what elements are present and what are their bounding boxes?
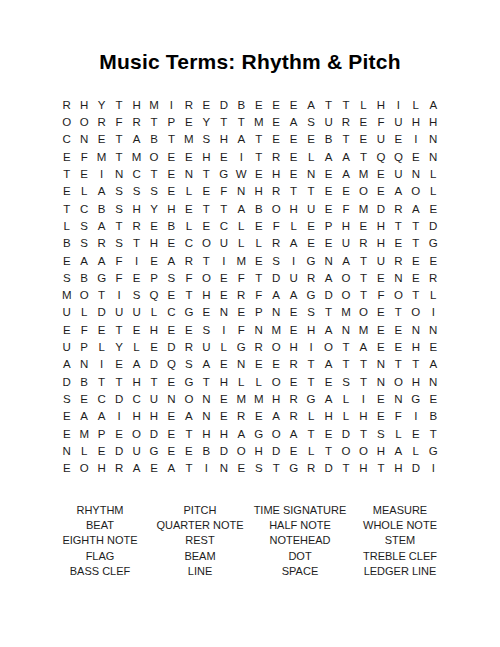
word-list-item: LEDGER LINE: [350, 564, 450, 579]
grid-cell: G: [180, 374, 197, 391]
grid-cell: I: [425, 460, 442, 477]
grid-cell: Q: [390, 149, 407, 166]
grid-cell: E: [320, 235, 337, 252]
grid-cell: L: [180, 183, 197, 200]
grid-cell: I: [128, 253, 145, 270]
word-list-item: REST: [150, 533, 250, 548]
grid-cell: E: [58, 183, 75, 200]
grid-cell: Y: [110, 339, 127, 356]
grid-cell: T: [58, 166, 75, 183]
grid-cell: T: [407, 287, 424, 304]
grid-cell: P: [93, 426, 110, 443]
grid-cell: S: [163, 270, 180, 287]
grid-cell: S: [302, 114, 319, 131]
grid-cell: N: [425, 322, 442, 339]
word-list-item: TIME SIGNATURE: [250, 503, 350, 518]
grid-cell: E: [93, 132, 110, 149]
grid-cell: G: [180, 305, 197, 322]
grid-cell: E: [198, 183, 215, 200]
grid-cell: U: [128, 443, 145, 460]
grid-cell: A: [75, 253, 92, 270]
grid-cell: O: [145, 149, 162, 166]
grid-cell: O: [337, 443, 354, 460]
grid-cell: A: [128, 356, 145, 373]
grid-cell: R: [390, 253, 407, 270]
grid-cell: T: [180, 287, 197, 304]
grid-cell: H: [320, 408, 337, 425]
grid-cell: R: [180, 253, 197, 270]
grid-cell: H: [128, 408, 145, 425]
grid-cell: H: [93, 460, 110, 477]
grid-cell: L: [302, 408, 319, 425]
grid-cell: M: [128, 149, 145, 166]
grid-cell: R: [250, 339, 267, 356]
grid-cell: N: [233, 356, 250, 373]
grid-cell: R: [110, 460, 127, 477]
grid-cell: A: [285, 114, 302, 131]
grid-cell: A: [390, 443, 407, 460]
grid-cell: R: [302, 270, 319, 287]
grid-cell: A: [337, 149, 354, 166]
grid-cell: N: [198, 391, 215, 408]
grid-cell: S: [267, 253, 284, 270]
grid-cell: R: [180, 339, 197, 356]
grid-cell: S: [110, 235, 127, 252]
grid-cell: L: [425, 183, 442, 200]
grid-cell: M: [145, 97, 162, 114]
grid-cell: L: [233, 235, 250, 252]
grid-cell: E: [390, 132, 407, 149]
grid-cell: E: [180, 443, 197, 460]
grid-cell: E: [128, 270, 145, 287]
grid-cell: O: [355, 305, 372, 322]
grid-cell: B: [250, 201, 267, 218]
grid-cell: D: [110, 443, 127, 460]
grid-cell: T: [355, 374, 372, 391]
grid-cell: R: [355, 235, 372, 252]
grid-cell: T: [233, 114, 250, 131]
grid-cell: E: [320, 183, 337, 200]
grid-cell: E: [110, 426, 127, 443]
grid-cell: I: [198, 460, 215, 477]
grid-cell: H: [407, 374, 424, 391]
grid-cell: L: [337, 408, 354, 425]
grid-cell: B: [320, 132, 337, 149]
grid-cell: A: [93, 408, 110, 425]
grid-cell: U: [58, 339, 75, 356]
grid-cell: O: [75, 460, 92, 477]
grid-cell: S: [198, 322, 215, 339]
grid-cell: E: [425, 391, 442, 408]
grid-cell: H: [75, 97, 92, 114]
grid-cell: O: [390, 287, 407, 304]
word-list-item: BEAM: [150, 549, 250, 564]
grid-cell: M: [355, 201, 372, 218]
grid-cell: H: [285, 201, 302, 218]
word-list-item: TREBLE CLEF: [350, 549, 450, 564]
grid-cell: T: [180, 460, 197, 477]
grid-cell: O: [407, 305, 424, 322]
grid-cell: A: [320, 356, 337, 373]
grid-cell: L: [75, 305, 92, 322]
grid-cell: A: [285, 287, 302, 304]
grid-cell: T: [285, 183, 302, 200]
grid-cell: E: [372, 183, 389, 200]
grid-cell: E: [163, 408, 180, 425]
grid-cell: E: [320, 374, 337, 391]
grid-cell: P: [163, 114, 180, 131]
grid-cell: A: [58, 356, 75, 373]
grid-cell: A: [425, 97, 442, 114]
grid-cell: A: [93, 183, 110, 200]
grid-cell: E: [355, 218, 372, 235]
grid-cell: N: [390, 270, 407, 287]
grid-cell: O: [198, 270, 215, 287]
grid-cell: H: [215, 374, 232, 391]
grid-cell: H: [372, 443, 389, 460]
grid-cell: A: [390, 183, 407, 200]
grid-cell: F: [267, 218, 284, 235]
grid-cell: R: [93, 235, 110, 252]
grid-cell: E: [163, 443, 180, 460]
word-list-column: RHYTHMBEATEIGHTH NOTEFLAGBASS CLEF: [50, 503, 150, 580]
grid-cell: N: [407, 322, 424, 339]
grid-cell: E: [267, 356, 284, 373]
grid-cell: T: [337, 132, 354, 149]
grid-cell: H: [372, 235, 389, 252]
grid-cell: D: [215, 97, 232, 114]
grid-cell: N: [180, 166, 197, 183]
grid-cell: O: [407, 183, 424, 200]
grid-cell: H: [198, 287, 215, 304]
grid-cell: E: [58, 322, 75, 339]
grid-cell: M: [250, 114, 267, 131]
grid-cell: F: [75, 149, 92, 166]
grid-cell: H: [355, 408, 372, 425]
grid-cell: T: [128, 235, 145, 252]
grid-cell: T: [215, 114, 232, 131]
grid-cell: U: [320, 114, 337, 131]
grid-cell: S: [128, 183, 145, 200]
grid-cell: N: [425, 132, 442, 149]
grid-cell: T: [93, 287, 110, 304]
grid-cell: E: [93, 322, 110, 339]
grid-cell: G: [407, 391, 424, 408]
grid-cell: A: [267, 408, 284, 425]
grid-cell: C: [215, 218, 232, 235]
grid-cell: B: [198, 443, 215, 460]
grid-cell: S: [145, 183, 162, 200]
grid-cell: F: [390, 408, 407, 425]
grid-cell: N: [163, 391, 180, 408]
grid-cell: N: [75, 356, 92, 373]
grid-cell: E: [198, 218, 215, 235]
grid-cell: F: [180, 270, 197, 287]
grid-cell: B: [58, 235, 75, 252]
grid-cell: H: [337, 218, 354, 235]
grid-cell: H: [128, 97, 145, 114]
grid-cell: A: [407, 201, 424, 218]
grid-cell: E: [285, 305, 302, 322]
word-list: RHYTHMBEATEIGHTH NOTEFLAGBASS CLEFPITCHQ…: [50, 503, 450, 580]
grid-cell: T: [320, 305, 337, 322]
grid-cell: T: [198, 374, 215, 391]
grid-cell: T: [110, 149, 127, 166]
grid-cell: Q: [163, 356, 180, 373]
grid-cell: S: [110, 201, 127, 218]
grid-cell: U: [110, 305, 127, 322]
grid-cell: H: [163, 201, 180, 218]
grid-cell: W: [233, 166, 250, 183]
grid-cell: T: [180, 426, 197, 443]
grid-cell: E: [180, 114, 197, 131]
grid-cell: D: [267, 443, 284, 460]
grid-cell: G: [302, 253, 319, 270]
word-list-item: QUARTER NOTE: [150, 518, 250, 533]
grid-cell: C: [75, 201, 92, 218]
grid-cell: F: [372, 287, 389, 304]
grid-cell: M: [355, 166, 372, 183]
grid-cell: D: [215, 443, 232, 460]
grid-cell: L: [425, 287, 442, 304]
grid-cell: F: [337, 201, 354, 218]
word-list-item: MEASURE: [350, 503, 450, 518]
grid-cell: F: [215, 183, 232, 200]
grid-cell: B: [145, 132, 162, 149]
grid-cell: U: [390, 166, 407, 183]
grid-cell: O: [337, 270, 354, 287]
grid-cell: I: [390, 97, 407, 114]
grid-cell: E: [250, 166, 267, 183]
grid-cell: P: [320, 218, 337, 235]
grid-cell: T: [355, 356, 372, 373]
grid-cell: H: [128, 201, 145, 218]
grid-cell: E: [302, 218, 319, 235]
grid-cell: L: [75, 443, 92, 460]
word-list-item: NOTEHEAD: [250, 533, 350, 548]
grid-cell: D: [267, 270, 284, 287]
grid-cell: M: [250, 391, 267, 408]
grid-cell: I: [163, 97, 180, 114]
grid-cell: H: [425, 114, 442, 131]
grid-cell: O: [75, 114, 92, 131]
grid-cell: M: [355, 322, 372, 339]
grid-cell: N: [390, 391, 407, 408]
grid-cell: E: [320, 201, 337, 218]
grid-cell: L: [145, 305, 162, 322]
grid-cell: L: [390, 426, 407, 443]
grid-cell: G: [145, 443, 162, 460]
grid-cell: E: [372, 270, 389, 287]
grid-cell: E: [215, 408, 232, 425]
grid-cell: U: [372, 253, 389, 270]
grid-cell: L: [407, 443, 424, 460]
grid-cell: G: [285, 460, 302, 477]
word-list-item: RHYTHM: [50, 503, 150, 518]
word-list-column: MEASUREWHOLE NOTESTEMTREBLE CLEFLEDGER L…: [350, 503, 450, 580]
grid-cell: E: [163, 322, 180, 339]
grid-cell: O: [180, 391, 197, 408]
grid-cell: H: [128, 374, 145, 391]
grid-cell: L: [93, 339, 110, 356]
grid-cell: U: [302, 201, 319, 218]
grid-cell: S: [198, 132, 215, 149]
grid-cell: E: [250, 97, 267, 114]
grid-cell: A: [128, 460, 145, 477]
word-list-column: PITCHQUARTER NOTERESTBEAMLINE: [150, 503, 250, 580]
grid-cell: A: [233, 201, 250, 218]
grid-cell: D: [93, 305, 110, 322]
grid-cell: C: [93, 391, 110, 408]
grid-cell: T: [302, 374, 319, 391]
grid-cell: C: [163, 305, 180, 322]
grid-cell: E: [285, 166, 302, 183]
grid-cell: L: [407, 97, 424, 114]
grid-cell: T: [145, 374, 162, 391]
grid-cell: T: [355, 149, 372, 166]
grid-cell: T: [110, 322, 127, 339]
grid-cell: T: [337, 356, 354, 373]
grid-cell: H: [407, 114, 424, 131]
grid-cell: E: [390, 322, 407, 339]
grid-cell: H: [215, 132, 232, 149]
grid-cell: R: [285, 391, 302, 408]
word-list-item: EIGHTH NOTE: [50, 533, 150, 548]
grid-cell: L: [337, 391, 354, 408]
grid-cell: D: [425, 218, 442, 235]
grid-cell: O: [267, 339, 284, 356]
grid-cell: E: [163, 166, 180, 183]
grid-cell: G: [233, 339, 250, 356]
grid-cell: E: [163, 235, 180, 252]
grid-cell: L: [75, 183, 92, 200]
grid-cell: I: [407, 408, 424, 425]
grid-cell: R: [128, 114, 145, 131]
grid-cell: H: [198, 426, 215, 443]
grid-cell: R: [285, 356, 302, 373]
grid-cell: T: [390, 218, 407, 235]
grid-cell: D: [337, 426, 354, 443]
grid-cell: E: [75, 166, 92, 183]
grid-cell: E: [250, 356, 267, 373]
puzzle-title: Music Terms: Rhythm & Pitch: [0, 0, 500, 74]
grid-cell: D: [58, 374, 75, 391]
grid-cell: H: [198, 149, 215, 166]
grid-cell: I: [93, 356, 110, 373]
grid-cell: T: [425, 426, 442, 443]
grid-cell: N: [110, 166, 127, 183]
grid-cell: L: [215, 339, 232, 356]
grid-cell: F: [250, 287, 267, 304]
grid-cell: F: [233, 270, 250, 287]
grid-cell: L: [355, 97, 372, 114]
grid-cell: G: [302, 391, 319, 408]
grid-cell: T: [302, 183, 319, 200]
grid-cell: I: [355, 391, 372, 408]
grid-cell: S: [75, 235, 92, 252]
grid-cell: E: [355, 114, 372, 131]
grid-cell: T: [355, 270, 372, 287]
grid-cell: T: [320, 97, 337, 114]
grid-cell: Y: [198, 114, 215, 131]
word-list-item: BEAT: [50, 518, 150, 533]
grid-cell: N: [320, 253, 337, 270]
grid-cell: E: [163, 374, 180, 391]
grid-cell: G: [425, 235, 442, 252]
grid-cell: E: [198, 97, 215, 114]
grid-cell: D: [163, 339, 180, 356]
grid-cell: R: [425, 270, 442, 287]
grid-cell: T: [372, 460, 389, 477]
grid-cell: S: [302, 305, 319, 322]
grid-cell: I: [93, 166, 110, 183]
grid-cell: T: [267, 460, 284, 477]
grid-cell: S: [110, 183, 127, 200]
grid-cell: E: [407, 253, 424, 270]
grid-cell: E: [75, 391, 92, 408]
grid-cell: E: [425, 339, 442, 356]
grid-cell: F: [372, 114, 389, 131]
grid-cell: E: [285, 149, 302, 166]
grid-cell: T: [215, 201, 232, 218]
grid-cell: R: [337, 114, 354, 131]
word-list-item: HALF NOTE: [250, 518, 350, 533]
grid-cell: N: [372, 356, 389, 373]
grid-cell: T: [145, 166, 162, 183]
grid-cell: E: [180, 149, 197, 166]
grid-cell: M: [233, 391, 250, 408]
grid-cell: B: [75, 270, 92, 287]
grid-cell: Y: [145, 201, 162, 218]
grid-cell: E: [145, 253, 162, 270]
grid-cell: T: [302, 426, 319, 443]
grid-cell: I: [425, 305, 442, 322]
grid-cell: T: [355, 253, 372, 270]
grid-cell: A: [267, 287, 284, 304]
grid-cell: T: [58, 201, 75, 218]
grid-cell: T: [110, 132, 127, 149]
grid-cell: N: [425, 374, 442, 391]
grid-cell: M: [180, 132, 197, 149]
grid-cell: E: [285, 322, 302, 339]
word-search-grid: RHYTHMIREDBEEEATTLHILAOORFRTPEYTTMEASURE…: [58, 97, 442, 478]
grid-cell: A: [93, 253, 110, 270]
grid-cell: U: [285, 270, 302, 287]
grid-cell: H: [407, 339, 424, 356]
word-list-item: WHOLE NOTE: [350, 518, 450, 533]
grid-cell: E: [180, 201, 197, 218]
grid-cell: E: [215, 287, 232, 304]
word-list-item: FLAG: [50, 549, 150, 564]
grid-cell: T: [407, 218, 424, 235]
grid-cell: S: [58, 391, 75, 408]
grid-cell: E: [215, 149, 232, 166]
grid-cell: M: [337, 305, 354, 322]
grid-cell: U: [390, 114, 407, 131]
grid-cell: E: [372, 322, 389, 339]
grid-cell: T: [337, 97, 354, 114]
grid-cell: R: [285, 408, 302, 425]
grid-cell: R: [267, 149, 284, 166]
grid-cell: E: [93, 443, 110, 460]
grid-cell: E: [163, 426, 180, 443]
grid-cell: E: [145, 460, 162, 477]
grid-cell: R: [302, 460, 319, 477]
grid-cell: O: [355, 443, 372, 460]
grid-cell: S: [58, 270, 75, 287]
grid-cell: O: [267, 374, 284, 391]
grid-cell: O: [267, 201, 284, 218]
